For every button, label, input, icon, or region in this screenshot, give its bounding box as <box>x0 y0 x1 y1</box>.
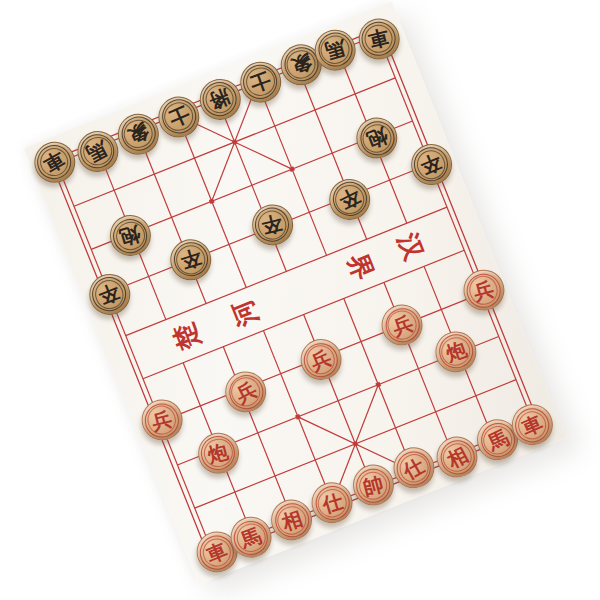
piece-character-相: 相 <box>279 508 304 533</box>
piece-black-soldier[interactable]: 卒 <box>83 268 136 321</box>
piece-red-soldier[interactable]: 兵 <box>375 299 428 352</box>
piece-character-卒: 卒 <box>96 281 122 307</box>
piece-red-cannon[interactable]: 炮 <box>429 325 482 378</box>
piece-character-士: 士 <box>166 103 192 129</box>
piece-character-卒: 卒 <box>178 247 203 272</box>
piece-character-象: 象 <box>125 120 152 147</box>
piece-character-兵: 兵 <box>232 379 259 406</box>
piece-red-advisor[interactable]: 仕 <box>306 476 359 529</box>
piece-black-horse[interactable]: 馬 <box>71 125 124 178</box>
piece-character-炮: 炮 <box>206 441 230 465</box>
piece-character-仕: 仕 <box>320 491 345 516</box>
piece-red-advisor[interactable]: 仕 <box>387 442 440 495</box>
piece-character-兵: 兵 <box>471 278 495 302</box>
piece-black-chariot[interactable]: 車 <box>28 135 81 188</box>
piece-black-advisor[interactable]: 士 <box>234 55 287 108</box>
piece-character-卒: 卒 <box>260 213 284 237</box>
piece-red-soldier[interactable]: 兵 <box>457 264 510 317</box>
piece-character-車: 車 <box>41 148 68 175</box>
piece-black-elephant[interactable]: 象 <box>112 107 165 160</box>
piece-character-車: 車 <box>204 539 230 565</box>
piece-character-炮: 炮 <box>118 224 143 249</box>
piece-character-卒: 卒 <box>418 152 444 178</box>
piece-character-車: 車 <box>366 27 390 51</box>
piece-red-soldier[interactable]: 兵 <box>294 333 347 386</box>
piece-character-馬: 馬 <box>84 138 111 165</box>
photo-background: 楚 河 界 汉 車馬象士將士象馬車炮炮卒卒卒卒卒兵兵兵兵兵炮炮車馬相仕帥仕相馬車 <box>0 0 600 600</box>
piece-black-soldier[interactable]: 卒 <box>323 173 376 226</box>
piece-character-將: 將 <box>207 86 233 112</box>
piece-character-馬: 馬 <box>323 37 348 62</box>
xiangqi-board[interactable]: 楚 河 界 汉 車馬象士將士象馬車炮炮卒卒卒卒卒兵兵兵兵兵炮炮車馬相仕帥仕相馬車 <box>24 1 566 584</box>
piece-character-帥: 帥 <box>361 473 385 497</box>
piece-character-卒: 卒 <box>336 186 363 213</box>
piece-character-相: 相 <box>444 444 471 471</box>
piece-black-soldier[interactable]: 卒 <box>164 233 217 286</box>
piece-character-馬: 馬 <box>485 427 512 454</box>
piece-character-士: 士 <box>248 69 274 95</box>
piece-black-soldier[interactable]: 卒 <box>245 198 298 251</box>
piece-character-象: 象 <box>288 52 313 77</box>
piece-red-general[interactable]: 帥 <box>347 459 400 512</box>
piece-character-馬: 馬 <box>238 525 264 551</box>
piece-red-soldier[interactable]: 兵 <box>219 365 272 418</box>
piece-black-cannon[interactable]: 炮 <box>351 112 404 165</box>
piece-red-cannon[interactable]: 炮 <box>192 426 245 479</box>
pieces-layer: 車馬象士將士象馬車炮炮卒卒卒卒卒兵兵兵兵兵炮炮車馬相仕帥仕相馬車 <box>24 1 566 584</box>
piece-character-炮: 炮 <box>364 125 390 151</box>
piece-character-兵: 兵 <box>389 312 414 337</box>
piece-black-soldier[interactable]: 卒 <box>404 138 457 191</box>
piece-red-soldier[interactable]: 兵 <box>135 394 188 447</box>
piece-character-兵: 兵 <box>308 347 334 373</box>
piece-character-車: 車 <box>519 412 545 438</box>
piece-character-兵: 兵 <box>150 408 174 432</box>
piece-character-炮: 炮 <box>443 339 469 365</box>
piece-black-chariot[interactable]: 車 <box>352 12 405 65</box>
piece-black-advisor[interactable]: 士 <box>152 90 205 143</box>
piece-character-仕: 仕 <box>400 455 427 482</box>
piece-black-cannon[interactable]: 炮 <box>104 209 157 262</box>
piece-black-general[interactable]: 將 <box>193 72 246 125</box>
